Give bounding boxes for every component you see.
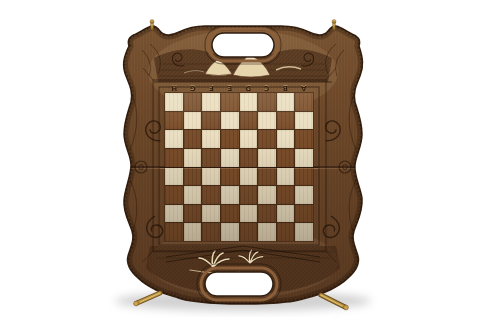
board-square [240,205,258,223]
board-square [184,223,202,241]
board-square [258,186,276,204]
board-square [202,149,220,167]
board-square [202,93,220,111]
board-square [165,93,183,111]
board-square [240,223,258,241]
brass-pin-right [332,20,336,31]
board-square [221,168,239,186]
board-square [221,93,239,111]
board-square [295,93,313,111]
board-square [202,168,220,186]
board-square [277,223,295,241]
board-square [184,186,202,204]
board-square [258,130,276,148]
file-label: C [258,82,277,92]
board-square [295,149,313,167]
product-photo: A B C D E F G H [0,0,500,334]
board-square [221,186,239,204]
board-square [240,93,258,111]
board-square [202,205,220,223]
board-square [277,112,295,130]
board-square [277,93,295,111]
file-label: E [221,82,240,92]
board-square [165,149,183,167]
board-square [165,223,183,241]
board-square [258,93,276,111]
board-square [202,130,220,148]
file-label: A [295,82,314,92]
board-square [221,205,239,223]
file-label: F [202,82,221,92]
file-labels: A B C D E F G H [165,82,313,92]
board-square [240,149,258,167]
board-square [258,112,276,130]
board-square [277,130,295,148]
board-square [258,168,276,186]
board-square [184,93,202,111]
board-square [184,130,202,148]
board-square [295,112,313,130]
board-square [240,130,258,148]
board-square [295,223,313,241]
board-square [184,205,202,223]
board-square [295,186,313,204]
board-square [277,168,295,186]
file-label: G [184,82,203,92]
board-square [165,112,183,130]
file-label: B [276,82,295,92]
board-square [165,168,183,186]
board-square [277,149,295,167]
board-square [277,205,295,223]
board-square [165,205,183,223]
board-square [202,223,220,241]
board-square [258,149,276,167]
board-square [258,223,276,241]
board-square [221,130,239,148]
board-square [221,223,239,241]
file-label: H [165,82,184,92]
board-square [277,186,295,204]
board-square [295,168,313,186]
board-square [240,186,258,204]
board-square [295,130,313,148]
board-square [184,168,202,186]
board-square [165,186,183,204]
board-square [184,149,202,167]
board-square [240,112,258,130]
board-square [240,168,258,186]
board-square [202,112,220,130]
board-square [202,186,220,204]
board-square [221,149,239,167]
board-square [165,130,183,148]
brass-pin-left [150,20,154,31]
board-square [184,112,202,130]
board-square [295,205,313,223]
chess-board [165,93,313,241]
file-label: D [239,82,258,92]
board-square [258,205,276,223]
board-square [221,112,239,130]
